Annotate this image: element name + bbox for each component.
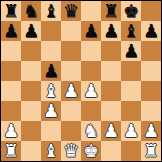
square-c8[interactable]: ♝: [41, 1, 61, 21]
piece-white-rook[interactable]: ♜: [141, 141, 161, 161]
square-c7[interactable]: [41, 21, 61, 41]
piece-white-pawn[interactable]: ♟: [1, 121, 21, 141]
square-d8[interactable]: ♛: [61, 1, 81, 21]
piece-black-pawn[interactable]: ♟: [41, 61, 61, 81]
square-a8[interactable]: ♜: [1, 1, 21, 21]
piece-white-pawn[interactable]: ♟: [41, 101, 61, 121]
piece-black-queen[interactable]: ♛: [61, 1, 81, 21]
square-f7[interactable]: ♟: [101, 21, 121, 41]
square-e5[interactable]: [81, 61, 101, 81]
piece-white-bishop[interactable]: ♝: [41, 81, 61, 101]
square-g5[interactable]: [121, 61, 141, 81]
square-c2[interactable]: [41, 121, 61, 141]
piece-white-pawn[interactable]: ♟: [141, 121, 161, 141]
piece-white-king[interactable]: ♚: [81, 141, 101, 161]
square-d1[interactable]: ♛: [61, 141, 81, 161]
square-f8[interactable]: ♜: [101, 1, 121, 21]
square-e8[interactable]: [81, 1, 101, 21]
square-e4[interactable]: ♟: [81, 81, 101, 101]
chess-board-frame: ♜♞♝♛♜♚♟♟♟♟♝♟♟♟♝♟♟♟♟♞♟♟♟♜♝♛♚♜: [0, 0, 162, 162]
piece-black-king[interactable]: ♚: [121, 1, 141, 21]
square-d6[interactable]: [61, 41, 81, 61]
square-g2[interactable]: ♟: [121, 121, 141, 141]
piece-black-rook[interactable]: ♜: [101, 1, 121, 21]
piece-white-rook[interactable]: ♜: [1, 141, 21, 161]
square-g4[interactable]: [121, 81, 141, 101]
square-h3[interactable]: [141, 101, 161, 121]
piece-black-pawn[interactable]: ♟: [1, 21, 21, 41]
square-b5[interactable]: [21, 61, 41, 81]
piece-white-pawn[interactable]: ♟: [61, 81, 81, 101]
square-b8[interactable]: ♞: [21, 1, 41, 21]
piece-black-bishop[interactable]: ♝: [41, 1, 61, 21]
square-g1[interactable]: [121, 141, 141, 161]
piece-white-pawn[interactable]: ♟: [101, 121, 121, 141]
square-a3[interactable]: [1, 101, 21, 121]
square-h1[interactable]: ♜: [141, 141, 161, 161]
square-f6[interactable]: [101, 41, 121, 61]
square-f1[interactable]: [101, 141, 121, 161]
piece-white-pawn[interactable]: ♟: [121, 121, 141, 141]
square-d4[interactable]: ♟: [61, 81, 81, 101]
piece-white-bishop[interactable]: ♝: [41, 141, 61, 161]
square-e7[interactable]: ♟: [81, 21, 101, 41]
square-a1[interactable]: ♜: [1, 141, 21, 161]
square-h5[interactable]: [141, 61, 161, 81]
piece-black-pawn[interactable]: ♟: [121, 41, 141, 61]
square-h2[interactable]: ♟: [141, 121, 161, 141]
square-d2[interactable]: [61, 121, 81, 141]
square-h7[interactable]: ♟: [141, 21, 161, 41]
piece-black-pawn[interactable]: ♟: [21, 21, 41, 41]
square-b7[interactable]: ♟: [21, 21, 41, 41]
square-c4[interactable]: ♝: [41, 81, 61, 101]
chess-board: ♜♞♝♛♜♚♟♟♟♟♝♟♟♟♝♟♟♟♟♞♟♟♟♜♝♛♚♜: [1, 1, 161, 161]
square-h6[interactable]: [141, 41, 161, 61]
piece-black-knight[interactable]: ♞: [21, 1, 41, 21]
piece-white-knight[interactable]: ♞: [81, 121, 101, 141]
square-h4[interactable]: [141, 81, 161, 101]
square-h8[interactable]: [141, 1, 161, 21]
square-c5[interactable]: ♟: [41, 61, 61, 81]
square-b3[interactable]: [21, 101, 41, 121]
piece-white-queen[interactable]: ♛: [61, 141, 81, 161]
square-f5[interactable]: [101, 61, 121, 81]
square-g7[interactable]: ♝: [121, 21, 141, 41]
square-e2[interactable]: ♞: [81, 121, 101, 141]
square-b1[interactable]: [21, 141, 41, 161]
piece-black-pawn[interactable]: ♟: [141, 21, 161, 41]
square-b6[interactable]: [21, 41, 41, 61]
square-a6[interactable]: [1, 41, 21, 61]
square-d7[interactable]: [61, 21, 81, 41]
square-g3[interactable]: [121, 101, 141, 121]
piece-black-pawn[interactable]: ♟: [81, 21, 101, 41]
square-a5[interactable]: [1, 61, 21, 81]
square-a7[interactable]: ♟: [1, 21, 21, 41]
square-f3[interactable]: [101, 101, 121, 121]
square-e1[interactable]: ♚: [81, 141, 101, 161]
square-c1[interactable]: ♝: [41, 141, 61, 161]
square-e6[interactable]: [81, 41, 101, 61]
square-f4[interactable]: [101, 81, 121, 101]
square-e3[interactable]: [81, 101, 101, 121]
square-d3[interactable]: [61, 101, 81, 121]
square-b2[interactable]: [21, 121, 41, 141]
piece-black-rook[interactable]: ♜: [1, 1, 21, 21]
square-g6[interactable]: ♟: [121, 41, 141, 61]
square-d5[interactable]: [61, 61, 81, 81]
piece-white-pawn[interactable]: ♟: [81, 81, 101, 101]
piece-black-pawn[interactable]: ♟: [101, 21, 121, 41]
piece-black-bishop[interactable]: ♝: [121, 21, 141, 41]
square-a4[interactable]: [1, 81, 21, 101]
square-g8[interactable]: ♚: [121, 1, 141, 21]
square-c6[interactable]: [41, 41, 61, 61]
square-f2[interactable]: ♟: [101, 121, 121, 141]
square-a2[interactable]: ♟: [1, 121, 21, 141]
square-c3[interactable]: ♟: [41, 101, 61, 121]
square-b4[interactable]: [21, 81, 41, 101]
